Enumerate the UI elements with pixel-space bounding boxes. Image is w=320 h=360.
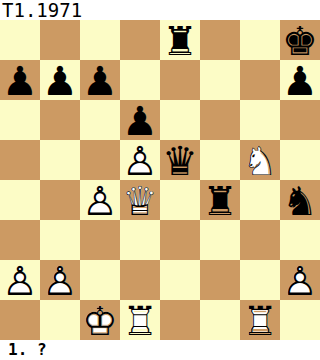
square-d6[interactable]: ♟ — [120, 100, 160, 140]
square-d1[interactable]: ♜♖ — [120, 300, 160, 340]
black-piece-glyph: ♟ — [120, 101, 160, 141]
square-e6[interactable] — [160, 100, 200, 140]
white-piece-outline: ♕ — [120, 181, 160, 221]
piece-black-pawn[interactable]: ♟ — [280, 60, 320, 100]
square-h7[interactable]: ♟ — [280, 60, 320, 100]
square-c6[interactable] — [80, 100, 120, 140]
piece-black-rook[interactable]: ♜ — [160, 20, 200, 60]
square-b5[interactable] — [40, 140, 80, 180]
square-f7[interactable] — [200, 60, 240, 100]
chess-board: ♜♚♟♟♟♟♟♟♙♛♞♘♟♙♛♕♜♞♟♙♟♙♟♙♚♔♜♖♜♖ — [0, 20, 320, 340]
white-piece-outline: ♙ — [120, 141, 160, 181]
square-h6[interactable] — [280, 100, 320, 140]
piece-white-pawn[interactable]: ♟♙ — [40, 260, 80, 300]
square-g7[interactable] — [240, 60, 280, 100]
square-a7[interactable]: ♟ — [0, 60, 40, 100]
square-g2[interactable] — [240, 260, 280, 300]
square-h8[interactable]: ♚ — [280, 20, 320, 60]
piece-black-pawn[interactable]: ♟ — [80, 60, 120, 100]
piece-white-pawn[interactable]: ♟♙ — [0, 260, 40, 300]
piece-white-pawn[interactable]: ♟♙ — [80, 180, 120, 220]
black-piece-glyph: ♜ — [160, 21, 200, 61]
piece-black-pawn[interactable]: ♟ — [0, 60, 40, 100]
square-b1[interactable] — [40, 300, 80, 340]
square-b2[interactable]: ♟♙ — [40, 260, 80, 300]
white-piece-outline: ♖ — [240, 301, 280, 341]
square-f2[interactable] — [200, 260, 240, 300]
square-a3[interactable] — [0, 220, 40, 260]
square-h1[interactable] — [280, 300, 320, 340]
square-b6[interactable] — [40, 100, 80, 140]
square-c7[interactable]: ♟ — [80, 60, 120, 100]
white-piece-outline: ♖ — [120, 301, 160, 341]
square-e4[interactable] — [160, 180, 200, 220]
black-piece-glyph: ♚ — [280, 21, 320, 61]
square-g1[interactable]: ♜♖ — [240, 300, 280, 340]
square-d8[interactable] — [120, 20, 160, 60]
square-e7[interactable] — [160, 60, 200, 100]
square-a4[interactable] — [0, 180, 40, 220]
square-b8[interactable] — [40, 20, 80, 60]
square-e3[interactable] — [160, 220, 200, 260]
square-f4[interactable]: ♜ — [200, 180, 240, 220]
square-f6[interactable] — [200, 100, 240, 140]
piece-black-pawn[interactable]: ♟ — [120, 100, 160, 140]
white-piece-outline: ♙ — [280, 261, 320, 301]
square-b4[interactable] — [40, 180, 80, 220]
square-c5[interactable] — [80, 140, 120, 180]
piece-black-knight[interactable]: ♞ — [280, 180, 320, 220]
piece-white-queen[interactable]: ♛♕ — [120, 180, 160, 220]
square-c3[interactable] — [80, 220, 120, 260]
white-piece-outline: ♙ — [40, 261, 80, 301]
square-g6[interactable] — [240, 100, 280, 140]
square-d5[interactable]: ♟♙ — [120, 140, 160, 180]
square-b7[interactable]: ♟ — [40, 60, 80, 100]
square-e8[interactable]: ♜ — [160, 20, 200, 60]
square-d2[interactable] — [120, 260, 160, 300]
square-e2[interactable] — [160, 260, 200, 300]
black-piece-glyph: ♟ — [0, 61, 40, 101]
square-h4[interactable]: ♞ — [280, 180, 320, 220]
black-piece-glyph: ♞ — [280, 181, 320, 221]
square-h3[interactable] — [280, 220, 320, 260]
square-c4[interactable]: ♟♙ — [80, 180, 120, 220]
black-piece-glyph: ♜ — [200, 181, 240, 221]
square-f1[interactable] — [200, 300, 240, 340]
square-d3[interactable] — [120, 220, 160, 260]
square-a6[interactable] — [0, 100, 40, 140]
white-piece-outline: ♙ — [80, 181, 120, 221]
square-e1[interactable] — [160, 300, 200, 340]
diagram-title: T1.1971 — [0, 0, 320, 20]
piece-white-knight[interactable]: ♞♘ — [240, 140, 280, 180]
square-d4[interactable]: ♛♕ — [120, 180, 160, 220]
square-g5[interactable]: ♞♘ — [240, 140, 280, 180]
square-b3[interactable] — [40, 220, 80, 260]
square-d7[interactable] — [120, 60, 160, 100]
square-g8[interactable] — [240, 20, 280, 60]
square-e5[interactable]: ♛ — [160, 140, 200, 180]
piece-white-king[interactable]: ♚♔ — [80, 300, 120, 340]
black-piece-glyph: ♛ — [160, 141, 200, 181]
square-g3[interactable] — [240, 220, 280, 260]
white-piece-outline: ♘ — [240, 141, 280, 181]
square-c8[interactable] — [80, 20, 120, 60]
piece-black-rook[interactable]: ♜ — [200, 180, 240, 220]
black-piece-glyph: ♟ — [80, 61, 120, 101]
square-c2[interactable] — [80, 260, 120, 300]
square-f5[interactable] — [200, 140, 240, 180]
white-piece-outline: ♔ — [80, 301, 120, 341]
piece-white-rook[interactable]: ♜♖ — [240, 300, 280, 340]
black-piece-glyph: ♟ — [280, 61, 320, 101]
piece-white-pawn[interactable]: ♟♙ — [280, 260, 320, 300]
black-piece-glyph: ♟ — [40, 61, 80, 101]
square-g4[interactable] — [240, 180, 280, 220]
square-a1[interactable] — [0, 300, 40, 340]
piece-black-pawn[interactable]: ♟ — [40, 60, 80, 100]
square-c1[interactable]: ♚♔ — [80, 300, 120, 340]
square-h5[interactable] — [280, 140, 320, 180]
square-f3[interactable] — [200, 220, 240, 260]
piece-black-king[interactable]: ♚ — [280, 20, 320, 60]
square-a5[interactable] — [0, 140, 40, 180]
piece-white-rook[interactable]: ♜♖ — [120, 300, 160, 340]
square-h2[interactable]: ♟♙ — [280, 260, 320, 300]
square-a2[interactable]: ♟♙ — [0, 260, 40, 300]
square-f8[interactable] — [200, 20, 240, 60]
piece-white-pawn[interactable]: ♟♙ — [120, 140, 160, 180]
square-a8[interactable] — [0, 20, 40, 60]
piece-black-queen[interactable]: ♛ — [160, 140, 200, 180]
white-piece-outline: ♙ — [0, 261, 40, 301]
